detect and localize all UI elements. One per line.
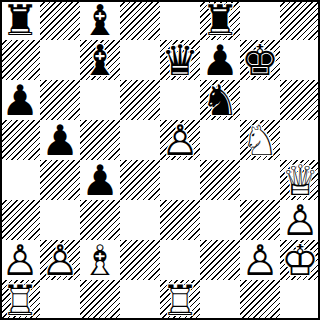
square-d2[interactable] <box>120 240 160 280</box>
square-e7[interactable]: ♛ <box>160 40 200 80</box>
black-pawn: ♟ <box>40 120 80 160</box>
black-pawn: ♟ <box>200 40 240 80</box>
square-a8[interactable]: ♜ <box>0 0 40 40</box>
white-queen: ♛♕ <box>280 160 320 200</box>
square-d4[interactable] <box>120 160 160 200</box>
square-c4[interactable]: ♟ <box>80 160 120 200</box>
black-rook: ♜ <box>0 0 40 40</box>
square-b4[interactable] <box>40 160 80 200</box>
square-d7[interactable] <box>120 40 160 80</box>
square-d8[interactable] <box>120 0 160 40</box>
white-queen-outline: ♕ <box>280 160 320 200</box>
white-pawn-outline: ♙ <box>280 200 320 240</box>
square-e6[interactable] <box>160 80 200 120</box>
square-g3[interactable] <box>240 200 280 240</box>
white-rook: ♜♖ <box>160 280 200 320</box>
square-a6[interactable]: ♟ <box>0 80 40 120</box>
white-pawn: ♟♙ <box>280 200 320 240</box>
white-pawn: ♟♙ <box>160 120 200 160</box>
black-rook: ♜ <box>200 0 240 40</box>
square-b7[interactable] <box>40 40 80 80</box>
square-c2[interactable]: ♝♗ <box>80 240 120 280</box>
square-b6[interactable] <box>40 80 80 120</box>
square-d6[interactable] <box>120 80 160 120</box>
square-e5[interactable]: ♟♙ <box>160 120 200 160</box>
square-h6[interactable] <box>280 80 320 120</box>
white-pawn-outline: ♙ <box>40 240 80 280</box>
square-a3[interactable] <box>0 200 40 240</box>
square-b8[interactable] <box>40 0 80 40</box>
square-e3[interactable] <box>160 200 200 240</box>
square-b2[interactable]: ♟♙ <box>40 240 80 280</box>
black-pawn: ♟ <box>0 80 40 120</box>
square-c6[interactable] <box>80 80 120 120</box>
square-f7[interactable]: ♟ <box>200 40 240 80</box>
square-c7[interactable]: ♝ <box>80 40 120 80</box>
square-h3[interactable]: ♟♙ <box>280 200 320 240</box>
white-pawn: ♟♙ <box>40 240 80 280</box>
square-g8[interactable] <box>240 0 280 40</box>
square-b3[interactable] <box>40 200 80 240</box>
square-h2[interactable]: ♚♔ <box>280 240 320 280</box>
square-e1[interactable]: ♜♖ <box>160 280 200 320</box>
square-d5[interactable] <box>120 120 160 160</box>
square-a4[interactable] <box>0 160 40 200</box>
square-h5[interactable] <box>280 120 320 160</box>
square-f4[interactable] <box>200 160 240 200</box>
square-d3[interactable] <box>120 200 160 240</box>
black-pawn: ♟ <box>80 160 120 200</box>
square-a7[interactable] <box>0 40 40 80</box>
square-g1[interactable] <box>240 280 280 320</box>
white-rook-outline: ♖ <box>0 280 40 320</box>
square-e8[interactable] <box>160 0 200 40</box>
square-a5[interactable] <box>0 120 40 160</box>
square-f5[interactable] <box>200 120 240 160</box>
black-bishop: ♝ <box>80 40 120 80</box>
square-f2[interactable] <box>200 240 240 280</box>
square-e2[interactable] <box>160 240 200 280</box>
white-bishop: ♝♗ <box>80 240 120 280</box>
square-h7[interactable] <box>280 40 320 80</box>
square-c3[interactable] <box>80 200 120 240</box>
white-rook-outline: ♖ <box>160 280 200 320</box>
square-d1[interactable] <box>120 280 160 320</box>
black-queen: ♛ <box>160 40 200 80</box>
white-knight: ♞♘ <box>240 120 280 160</box>
black-bishop: ♝ <box>80 0 120 40</box>
white-pawn-outline: ♙ <box>240 240 280 280</box>
square-c8[interactable]: ♝ <box>80 0 120 40</box>
square-f8[interactable]: ♜ <box>200 0 240 40</box>
square-b5[interactable]: ♟ <box>40 120 80 160</box>
square-g5[interactable]: ♞♘ <box>240 120 280 160</box>
square-g7[interactable]: ♚ <box>240 40 280 80</box>
square-c5[interactable] <box>80 120 120 160</box>
chess-board: ♜♝♜♝♛♟♚♟♞♟♟♙♞♘♟♛♕♟♙♟♙♟♙♝♗♟♙♚♔♜♖♜♖ <box>0 0 320 320</box>
square-e4[interactable] <box>160 160 200 200</box>
square-f6[interactable]: ♞ <box>200 80 240 120</box>
square-h8[interactable] <box>280 0 320 40</box>
square-a2[interactable]: ♟♙ <box>0 240 40 280</box>
square-h4[interactable]: ♛♕ <box>280 160 320 200</box>
white-knight-outline: ♘ <box>240 120 280 160</box>
white-pawn: ♟♙ <box>240 240 280 280</box>
white-king: ♚♔ <box>280 240 320 280</box>
white-bishop-outline: ♗ <box>80 240 120 280</box>
square-h1[interactable] <box>280 280 320 320</box>
white-pawn: ♟♙ <box>0 240 40 280</box>
square-f1[interactable] <box>200 280 240 320</box>
square-g6[interactable] <box>240 80 280 120</box>
square-g4[interactable] <box>240 160 280 200</box>
black-king: ♚ <box>240 40 280 80</box>
white-king-outline: ♔ <box>280 240 320 280</box>
white-pawn-outline: ♙ <box>160 120 200 160</box>
square-g2[interactable]: ♟♙ <box>240 240 280 280</box>
square-c1[interactable] <box>80 280 120 320</box>
square-f3[interactable] <box>200 200 240 240</box>
square-b1[interactable] <box>40 280 80 320</box>
white-pawn-outline: ♙ <box>0 240 40 280</box>
black-knight: ♞ <box>200 80 240 120</box>
square-a1[interactable]: ♜♖ <box>0 280 40 320</box>
white-rook: ♜♖ <box>0 280 40 320</box>
